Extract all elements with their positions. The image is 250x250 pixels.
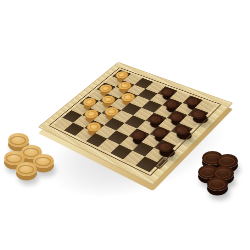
off-board-light-checker[interactable]: [16, 162, 37, 176]
off-board-light-checker[interactable]: [8, 133, 29, 147]
off-board-dark-checker[interactable]: [207, 177, 228, 191]
checkers-product-photo: [0, 0, 250, 250]
